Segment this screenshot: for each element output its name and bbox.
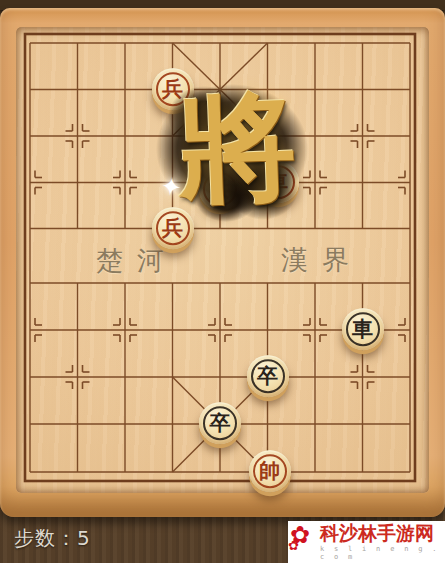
piece-red-soldier-c[interactable]: 兵 xyxy=(152,207,194,249)
piece-black-general[interactable]: 將 xyxy=(199,114,241,156)
piece-black-soldier-a[interactable]: 卒 xyxy=(247,355,289,397)
board-grid xyxy=(0,0,445,563)
piece-red-soldier-b[interactable]: 兵 xyxy=(199,168,241,210)
river-label-right: 漢界 xyxy=(281,242,363,278)
move-counter-label: 步数： xyxy=(14,526,77,550)
piece-red-soldier-a[interactable]: 兵 xyxy=(152,68,194,110)
watermark: ✿ ✿ 科沙林手游网 k s l i n e n g . c o m xyxy=(288,521,445,563)
flower-logo-icon: ✿ ✿ xyxy=(288,522,320,562)
piece-character: 兵 xyxy=(199,168,241,210)
move-counter-value: 5 xyxy=(77,526,91,550)
piece-black-soldier-b[interactable]: 卒 xyxy=(199,402,241,444)
piece-character: 卒 xyxy=(199,402,241,444)
piece-character: 將 xyxy=(199,114,241,156)
piece-black-chariot[interactable]: 車 xyxy=(342,308,384,350)
piece-red-general[interactable]: 帥 xyxy=(249,450,291,492)
piece-character: 車 xyxy=(342,308,384,350)
move-counter: 步数：5 xyxy=(14,525,91,552)
watermark-domain: k s l i n e n g . c o m xyxy=(320,545,445,561)
piece-character: 帥 xyxy=(249,450,291,492)
game-screen: 楚河 漢界 兵將兵車兵車卒卒帥 將 ✦ 步数：5 ✿ ✿ 科沙林手游网 k s … xyxy=(0,0,445,563)
piece-character: 車 xyxy=(257,161,299,203)
piece-red-chariot[interactable]: 車 xyxy=(257,161,299,203)
piece-character: 卒 xyxy=(247,355,289,397)
watermark-site-name: 科沙林手游网 xyxy=(320,523,445,544)
piece-character: 兵 xyxy=(152,207,194,249)
watermark-text: 科沙林手游网 k s l i n e n g . c o m xyxy=(320,523,445,561)
piece-character: 兵 xyxy=(152,68,194,110)
sparkle-effect: ✦ xyxy=(159,171,184,203)
